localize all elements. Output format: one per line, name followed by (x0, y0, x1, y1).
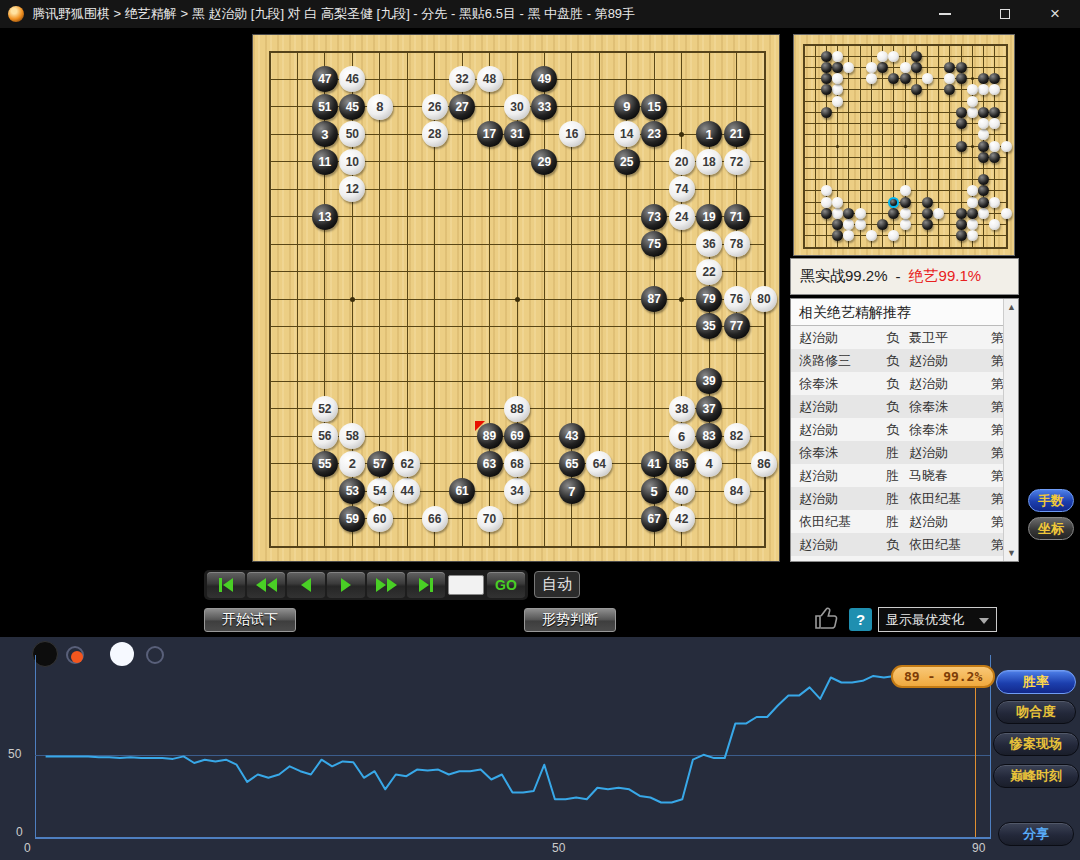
stone-35 (978, 152, 989, 163)
stone-66: 66 (422, 506, 448, 532)
scrollbar[interactable]: ▲ ▼ (1003, 299, 1018, 561)
stone-79: 79 (696, 286, 722, 312)
nav-controls: GO (204, 570, 528, 600)
first-move-button[interactable] (207, 572, 245, 598)
stone-7 (922, 219, 933, 230)
last-move-button[interactable] (407, 572, 445, 598)
stone-51 (821, 62, 832, 73)
stone-77 (989, 152, 1000, 163)
stone-52: 52 (312, 396, 338, 422)
stone-44 (855, 219, 866, 230)
stone-7: 7 (559, 478, 585, 504)
y-tick-50: 50 (8, 747, 21, 761)
stone-33 (911, 62, 922, 73)
stone-30 (900, 62, 911, 73)
stone-67: 67 (641, 506, 667, 532)
winrate-actual: 黑实战99.2% (800, 267, 888, 286)
stone-43: 43 (559, 423, 585, 449)
related-game-row[interactable]: 徐奉洙负赵治勋第 (791, 372, 1004, 395)
stone-18: 18 (696, 149, 722, 175)
star-point (904, 145, 907, 148)
back-button[interactable] (287, 572, 325, 598)
stone-22: 22 (696, 259, 722, 285)
stone-68: 68 (504, 451, 530, 477)
stone-19 (978, 107, 989, 118)
related-game-row[interactable]: 赵治勋负徐奉洙第 (791, 395, 1004, 418)
stone-28: 28 (422, 121, 448, 147)
maximize-icon (1000, 9, 1010, 19)
window-title: 腾讯野狐围棋 > 绝艺精解 > 黑 赵治勋 [九段] 对 白 高梨圣健 [九段]… (32, 5, 635, 23)
stone-40: 40 (669, 478, 695, 504)
stone-32 (877, 51, 888, 62)
stone-86: 86 (751, 451, 777, 477)
stone-80: 80 (751, 286, 777, 312)
related-game-row[interactable]: 赵治勋负 (791, 556, 1004, 562)
stone-73: 73 (641, 204, 667, 230)
stone-11: 11 (312, 149, 338, 175)
last-move-icon (419, 578, 429, 592)
disaster-scene-tab[interactable]: 惨案现场 (993, 732, 1079, 756)
stone-70: 70 (477, 506, 503, 532)
related-games-header: 相关绝艺精解推荐 (791, 299, 1003, 326)
stone-41 (956, 208, 967, 219)
stone-51: 51 (312, 94, 338, 120)
stone-8: 8 (367, 94, 393, 120)
related-game-row[interactable]: 赵治勋负聂卫平第 (791, 326, 1004, 349)
stone-34 (900, 219, 911, 230)
star-point (350, 297, 355, 302)
stone-24 (967, 107, 978, 118)
fast-back-icon (256, 578, 266, 592)
stone-55: 55 (312, 451, 338, 477)
close-button[interactable]: × (1035, 0, 1075, 28)
stone-40 (967, 219, 978, 230)
stone-26: 26 (422, 94, 448, 120)
stone-56 (821, 197, 832, 208)
stone-15 (956, 62, 967, 73)
back-icon (301, 578, 311, 592)
thumbs-up-icon[interactable] (812, 604, 842, 632)
stone-19: 19 (696, 204, 722, 230)
stone-65 (922, 208, 933, 219)
thumbnail-board[interactable] (793, 34, 1015, 256)
fast-forward-button[interactable] (367, 572, 405, 598)
stone-74: 74 (669, 176, 695, 202)
stone-88: 88 (504, 396, 530, 422)
stone-27 (877, 62, 888, 73)
stone-17: 17 (477, 121, 503, 147)
star-point (971, 77, 974, 80)
stone-85: 85 (669, 451, 695, 477)
stone-59: 59 (339, 506, 365, 532)
stone-79 (978, 141, 989, 152)
stone-27: 27 (449, 94, 475, 120)
stone-76 (989, 141, 1000, 152)
variation-dropdown-label: 显示最优变化 (886, 611, 964, 629)
related-game-row[interactable]: 徐奉洙胜赵治勋第 (791, 441, 1004, 464)
stone-60: 60 (367, 506, 393, 532)
stone-34: 34 (504, 478, 530, 504)
fast-forward-icon (376, 578, 386, 592)
stone-73 (956, 107, 967, 118)
stone-57: 57 (367, 451, 393, 477)
stone-76: 76 (724, 286, 750, 312)
x-tick-90: 90 (972, 841, 985, 855)
stone-80 (1001, 141, 1012, 152)
star-point (836, 145, 839, 148)
stone-4: 4 (696, 451, 722, 477)
stone-20: 20 (669, 149, 695, 175)
winrate-bar: 黑实战99.2% - 绝艺99.1% (790, 258, 1019, 295)
stone-49 (911, 51, 922, 62)
stone-63: 63 (477, 451, 503, 477)
related-game-row[interactable]: 依田纪基胜赵治勋第 (791, 510, 1004, 533)
main-board[interactable]: 1234567891011121314151617181920212223242… (252, 34, 780, 562)
star-point (679, 132, 684, 137)
winrate-graph-panel: 89 - 99.2% 50 0 0 50 90 胜率 吻合度 惨案现场 巅峰时刻… (0, 637, 1080, 860)
chevron-down-icon (979, 618, 989, 624)
stone-47 (821, 51, 832, 62)
stone-21: 21 (724, 121, 750, 147)
move-number-input[interactable] (448, 575, 484, 595)
stone-4 (978, 208, 989, 219)
x-tick-0: 0 (24, 841, 31, 855)
related-game-row[interactable]: 赵治勋负徐奉洙第 (791, 418, 1004, 441)
stone-9: 9 (614, 94, 640, 120)
stone-62 (855, 208, 866, 219)
forward-button[interactable] (327, 572, 365, 598)
stone-54: 54 (367, 478, 393, 504)
stone-25: 25 (614, 149, 640, 175)
stone-24: 24 (669, 204, 695, 230)
related-games-list: 赵治勋负聂卫平第淡路修三负赵治勋第徐奉洙负赵治勋第赵治勋负徐奉洙第赵治勋负徐奉洙… (791, 326, 1004, 562)
stone-5 (956, 219, 967, 230)
coordinates-button[interactable]: 坐标 (1028, 517, 1074, 540)
stone-58 (832, 197, 843, 208)
related-game-row[interactable]: 淡路修三负赵治勋第 (791, 349, 1004, 372)
auto-play-button[interactable]: 自动 (534, 571, 580, 598)
stone-38: 38 (669, 396, 695, 422)
stone-13: 13 (312, 204, 338, 230)
help-button[interactable]: ? (849, 608, 872, 631)
star-point (971, 145, 974, 148)
position-judge-button[interactable]: 形势判断 (524, 608, 616, 632)
stone-78: 78 (724, 231, 750, 257)
minimize-button[interactable] (925, 0, 965, 28)
star-point (515, 297, 520, 302)
stone-6 (967, 197, 978, 208)
stone-69 (900, 197, 911, 208)
stone-26 (866, 62, 877, 73)
minimize-icon (939, 13, 951, 15)
stone-86 (1001, 208, 1012, 219)
peak-moment-tab[interactable]: 巅峰时刻 (993, 764, 1079, 788)
stone-46 (832, 51, 843, 62)
stone-28 (866, 73, 877, 84)
stone-85 (967, 208, 978, 219)
stone-56: 56 (312, 423, 338, 449)
stone-2 (832, 208, 843, 219)
related-game-row[interactable]: 赵治勋胜马晓春第 (791, 464, 1004, 487)
stone-6: 6 (669, 423, 695, 449)
scroll-down-icon[interactable]: ▼ (1004, 545, 1019, 561)
stone-64: 64 (586, 451, 612, 477)
scroll-up-icon[interactable]: ▲ (1004, 299, 1019, 315)
variation-dropdown[interactable]: 显示最优变化 (878, 607, 997, 632)
app-logo-icon (8, 6, 24, 22)
related-game-row[interactable]: 赵治勋负依田纪基第 (791, 533, 1004, 556)
try-moves-button[interactable]: 开始试下 (204, 608, 296, 632)
y-tick-0: 0 (16, 825, 23, 839)
stone-41: 41 (641, 451, 667, 477)
stone-14: 14 (614, 121, 640, 147)
stone-48 (888, 51, 899, 62)
stone-10: 10 (339, 149, 365, 175)
stone-37: 37 (696, 396, 722, 422)
stone-83 (978, 197, 989, 208)
stone-89: 89 (477, 423, 503, 449)
stone-65: 65 (559, 451, 585, 477)
winrate-tab[interactable]: 胜率 (996, 670, 1076, 694)
stone-71: 71 (724, 204, 750, 230)
stone-15: 15 (641, 94, 667, 120)
stone-13 (821, 107, 832, 118)
winrate-tooltip: 89 - 99.2% (891, 665, 995, 688)
star-point (679, 297, 684, 302)
stone-23 (956, 73, 967, 84)
stone-62: 62 (394, 451, 420, 477)
winrate-ai: 绝艺99.1% (909, 267, 982, 286)
stone-82 (989, 197, 1000, 208)
stone-72: 72 (724, 149, 750, 175)
move-numbers-button[interactable]: 手数 (1028, 489, 1074, 512)
stone-48: 48 (477, 66, 503, 92)
title-bar: 腾讯野狐围棋 > 绝艺精解 > 黑 赵治勋 [九段] 对 白 高梨圣健 [九段]… (0, 0, 1080, 28)
stone-77: 77 (724, 313, 750, 339)
stone-42: 42 (669, 506, 695, 532)
fast-back-button[interactable] (247, 572, 285, 598)
stone-88 (900, 185, 911, 196)
related-games-panel: 相关绝艺精解推荐 赵治勋负聂卫平第淡路修三负赵治勋第徐奉洙负赵治勋第赵治勋负徐奉… (790, 298, 1019, 562)
last-move-marker-icon (475, 421, 485, 431)
maximize-button[interactable] (985, 0, 1025, 28)
stone-68 (900, 208, 911, 219)
stone-87 (956, 141, 967, 152)
app-window: 腾讯野狐围棋 > 绝艺精解 > 黑 赵治勋 [九段] 对 白 高梨圣健 [九段]… (0, 0, 1080, 860)
go-button[interactable]: GO (487, 572, 525, 598)
stone-89 (888, 197, 899, 208)
forward-icon (341, 578, 351, 592)
first-move-icon (219, 578, 222, 592)
stone-30: 30 (504, 94, 530, 120)
current-move-marker-line (975, 687, 976, 837)
stone-64 (933, 208, 944, 219)
stone-74 (967, 96, 978, 107)
stone-55 (821, 208, 832, 219)
stone-75 (956, 118, 967, 129)
x-tick-50: 50 (552, 841, 565, 855)
related-game-row[interactable]: 赵治勋胜依田纪基第 (791, 487, 1004, 510)
match-rate-tab[interactable]: 吻合度 (996, 700, 1076, 724)
stone-31 (900, 73, 911, 84)
stone-82: 82 (724, 423, 750, 449)
stone-12 (832, 96, 843, 107)
share-button[interactable]: 分享 (998, 822, 1074, 846)
stone-2: 2 (339, 451, 365, 477)
winrate-dash: - (896, 268, 901, 285)
stone-84: 84 (724, 478, 750, 504)
stone-43 (922, 197, 933, 208)
stone-67 (956, 230, 967, 241)
